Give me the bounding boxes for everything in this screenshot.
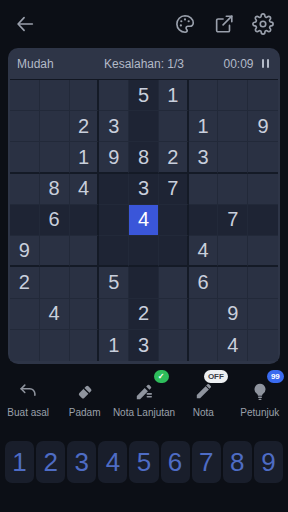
cell-r5c9[interactable] [248, 205, 278, 236]
cell-r1c6[interactable]: 1 [159, 80, 189, 111]
cell-r1c3[interactable] [70, 80, 100, 111]
cell-r4c2[interactable]: 8 [40, 174, 70, 205]
cell-r6c2[interactable] [40, 236, 70, 267]
top-bar [0, 0, 288, 48]
cell-r8c5[interactable]: 2 [129, 299, 159, 330]
numpad-8[interactable]: 8 [223, 441, 252, 483]
theme-button[interactable] [174, 13, 196, 35]
erase-button[interactable]: Padam [56, 377, 112, 418]
cell-r5c1[interactable] [10, 205, 40, 236]
pencil-icon [192, 380, 215, 403]
cell-r7c9[interactable] [248, 267, 278, 298]
cell-r1c2[interactable] [40, 80, 70, 111]
cell-r3c6[interactable]: 2 [159, 142, 189, 173]
palette-icon [174, 13, 196, 35]
cell-r7c8[interactable] [218, 267, 248, 298]
numpad-3[interactable]: 3 [67, 441, 96, 483]
numpad-5[interactable]: 5 [129, 441, 158, 483]
cell-r8c2[interactable]: 4 [40, 299, 70, 330]
notes-button[interactable]: OFF Nota [175, 377, 231, 418]
numpad-7[interactable]: 7 [192, 441, 221, 483]
cell-r3c3[interactable]: 1 [70, 142, 100, 173]
cell-r7c3[interactable] [70, 267, 100, 298]
cell-r2c1[interactable] [10, 111, 40, 142]
pencil-lines-icon [133, 380, 156, 403]
cell-r2c7[interactable]: 1 [189, 111, 219, 142]
cell-r1c8[interactable] [218, 80, 248, 111]
cell-r9c9[interactable] [248, 330, 278, 361]
eraser-icon [74, 381, 96, 403]
cell-r9c5[interactable]: 3 [129, 330, 159, 361]
cell-r2c2[interactable] [40, 111, 70, 142]
numpad: 1 2 3 4 5 6 7 8 9 [0, 441, 288, 483]
cell-r3c2[interactable] [40, 142, 70, 173]
cell-r8c4[interactable] [99, 299, 129, 330]
cell-r7c6[interactable] [159, 267, 189, 298]
cell-r7c4[interactable]: 5 [99, 267, 129, 298]
cell-r4c7[interactable] [189, 174, 219, 205]
cell-r3c1[interactable] [10, 142, 40, 173]
numpad-2[interactable]: 2 [36, 441, 65, 483]
cell-r5c3[interactable] [70, 205, 100, 236]
cell-r5c4[interactable] [99, 205, 129, 236]
cell-r5c6[interactable] [159, 205, 189, 236]
cell-r6c4[interactable] [99, 236, 129, 267]
cell-r8c1[interactable] [10, 299, 40, 330]
cell-r1c7[interactable] [189, 80, 219, 111]
cell-r5c8[interactable]: 7 [218, 205, 248, 236]
cell-r7c5[interactable] [129, 267, 159, 298]
cell-r6c7[interactable]: 4 [189, 236, 219, 267]
cell-r8c7[interactable] [189, 299, 219, 330]
numpad-9[interactable]: 9 [254, 441, 283, 483]
cell-r9c3[interactable] [70, 330, 100, 361]
cell-r4c4[interactable] [99, 174, 129, 205]
cell-r4c3[interactable]: 4 [70, 174, 100, 205]
cell-r7c1[interactable]: 2 [10, 267, 40, 298]
cell-r3c8[interactable] [218, 142, 248, 173]
notes-label: Nota [193, 407, 214, 418]
cell-r9c8[interactable]: 4 [218, 330, 248, 361]
cell-r4c6[interactable]: 7 [159, 174, 189, 205]
toolbar: Buat asal Padam ✓ Nota Lanjutan [0, 377, 288, 418]
cell-r2c3[interactable]: 2 [70, 111, 100, 142]
advanced-notes-label: Nota Lanjutan [113, 407, 175, 418]
board-container: Mudah Kesalahan: 1/3 00:09 5123191982384… [8, 48, 280, 364]
cell-r4c8[interactable] [218, 174, 248, 205]
cell-r2c6[interactable] [159, 111, 189, 142]
cell-r6c8[interactable] [218, 236, 248, 267]
cell-r6c1[interactable]: 9 [10, 236, 40, 267]
cell-r2c9[interactable]: 9 [248, 111, 278, 142]
cell-r2c5[interactable] [129, 111, 159, 142]
cell-r9c7[interactable] [189, 330, 219, 361]
cell-r1c4[interactable] [99, 80, 129, 111]
cell-r1c9[interactable] [248, 80, 278, 111]
bulb-icon [249, 381, 271, 403]
cell-r5c2[interactable]: 6 [40, 205, 70, 236]
notes-badge: OFF [204, 370, 228, 383]
cell-r9c1[interactable] [10, 330, 40, 361]
cell-r4c1[interactable] [10, 174, 40, 205]
undo-label: Buat asal [7, 407, 49, 418]
share-button[interactable] [213, 13, 235, 35]
hint-badge: 99 [267, 370, 284, 383]
pause-icon[interactable] [260, 57, 272, 70]
cell-r3c7[interactable]: 3 [189, 142, 219, 173]
settings-button[interactable] [252, 13, 274, 35]
cell-r7c2[interactable] [40, 267, 70, 298]
cell-r6c3[interactable] [70, 236, 100, 267]
gear-icon [252, 13, 274, 35]
cell-r5c7[interactable] [189, 205, 219, 236]
cell-r4c5[interactable]: 3 [129, 174, 159, 205]
cell-r2c8[interactable] [218, 111, 248, 142]
cell-r8c9[interactable] [248, 299, 278, 330]
advanced-notes-button[interactable]: ✓ Nota Lanjutan [113, 377, 175, 418]
back-button[interactable] [14, 13, 36, 35]
cell-r1c5[interactable]: 5 [129, 80, 159, 111]
numpad-4[interactable]: 4 [98, 441, 127, 483]
cell-r3c5[interactable]: 8 [129, 142, 159, 173]
cell-r6c9[interactable] [248, 236, 278, 267]
cell-r4c9[interactable] [248, 174, 278, 205]
cell-r3c9[interactable] [248, 142, 278, 173]
undo-icon [17, 381, 39, 403]
cell-r5c5[interactable]: 4 [129, 205, 159, 236]
back-arrow-icon [14, 13, 36, 35]
cell-r6c6[interactable] [159, 236, 189, 267]
difficulty-label: Mudah [17, 57, 54, 71]
hint-button[interactable]: 99 Petunjuk [232, 377, 288, 418]
cell-r8c3[interactable] [70, 299, 100, 330]
erase-label: Padam [69, 407, 101, 418]
cell-r8c8[interactable]: 9 [218, 299, 248, 330]
numpad-6[interactable]: 6 [161, 441, 190, 483]
sudoku-grid: 51231919823843764794256429134 [10, 79, 278, 361]
hint-label: Petunjuk [240, 407, 279, 418]
advanced-notes-badge: ✓ [154, 370, 169, 383]
cell-r9c2[interactable] [40, 330, 70, 361]
cell-r1c1[interactable] [10, 80, 40, 111]
cell-r3c4[interactable]: 9 [99, 142, 129, 173]
cell-r6c5[interactable] [129, 236, 159, 267]
cell-r7c7[interactable]: 6 [189, 267, 219, 298]
cell-r9c4[interactable]: 1 [99, 330, 129, 361]
cell-r8c6[interactable] [159, 299, 189, 330]
timer: 00:09 [223, 57, 253, 71]
share-icon [213, 13, 235, 35]
cell-r2c4[interactable]: 3 [99, 111, 129, 142]
undo-button[interactable]: Buat asal [0, 377, 56, 418]
game-header: Mudah Kesalahan: 1/3 00:09 [8, 48, 280, 79]
cell-r9c6[interactable] [159, 330, 189, 361]
numpad-1[interactable]: 1 [5, 441, 34, 483]
